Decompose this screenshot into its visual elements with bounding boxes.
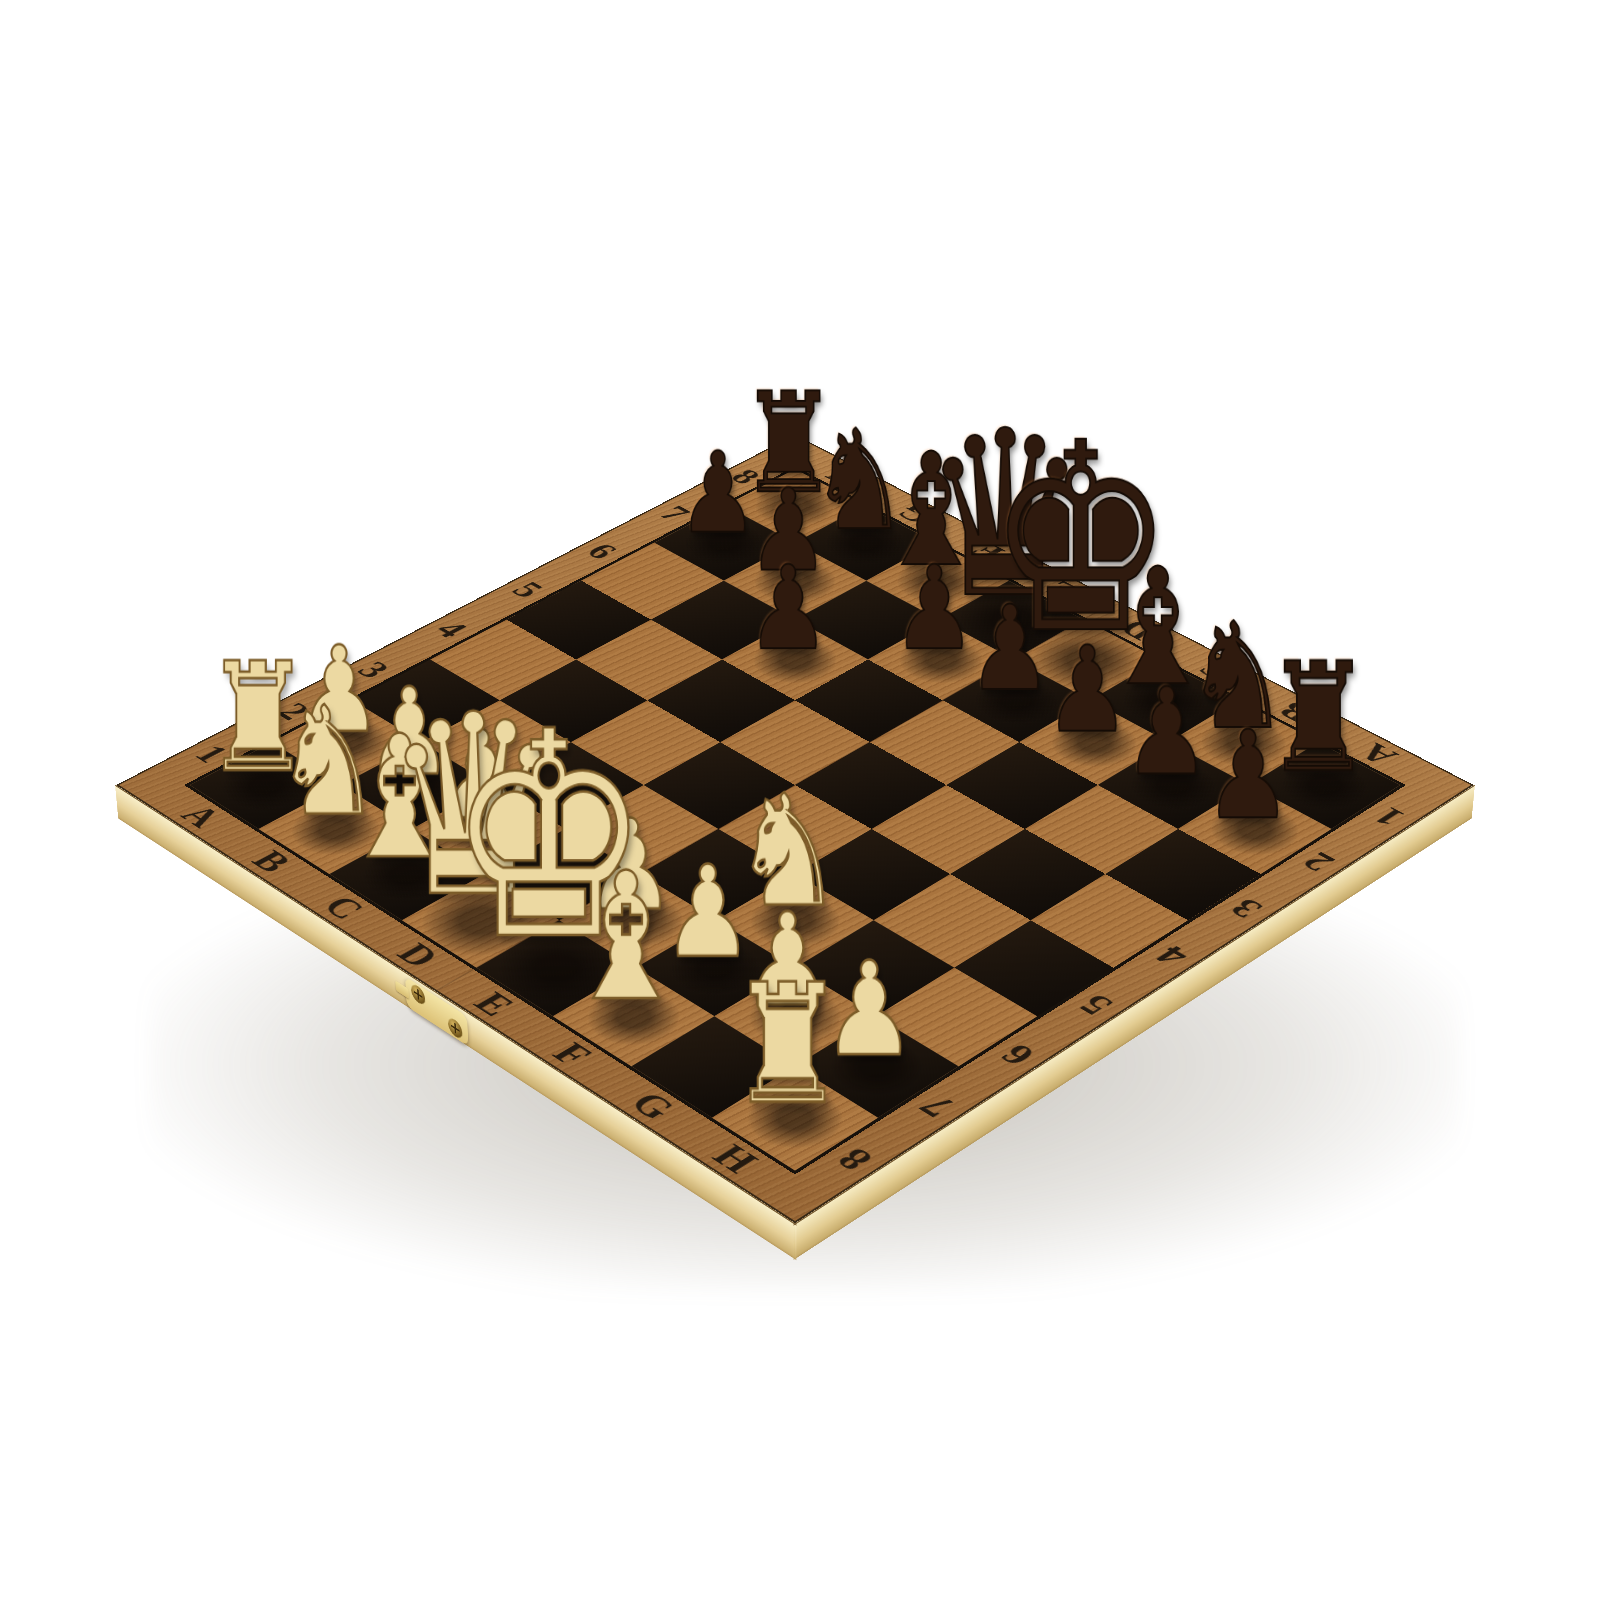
product-photo: ♜♞♝♛♚♝♞♜♟♟♟♟♟♟♟♟♞♟♟♟♟♟♟♟♜♞♝♛♚♝♜ ABCDEFGH… [0,0,1600,1600]
square-h7[interactable]: ♟ [1178,785,1331,874]
chess-board: ♜♞♝♛♚♝♞♜♟♟♟♟♟♟♟♟♞♟♟♟♟♟♟♟♜♞♝♛♚♝♜ ABCDEFGH… [116,435,1474,1223]
hinge-screw-icon [411,982,426,1008]
square-h1[interactable]: ♜ [712,1066,878,1170]
hinge-tab [395,980,409,999]
board-top-face: ♜♞♝♛♚♝♞♜♟♟♟♟♟♟♟♟♞♟♟♟♟♟♟♟♜♞♝♛♚♝♜ ABCDEFGH… [116,435,1474,1223]
white-rook-icon: ♜ [612,966,963,1122]
black-pawn-icon: ♟ [1086,718,1410,834]
board-grid: ♜♞♝♛♚♝♞♜♟♟♟♟♟♟♟♟♞♟♟♟♟♟♟♟♜♞♝♛♚♝♜ [184,466,1406,1174]
perspective-scene: ♜♞♝♛♚♝♞♜♟♟♟♟♟♟♟♟♞♟♟♟♟♟♟♟♜♞♝♛♚♝♜ ABCDEFGH… [0,0,1600,1600]
